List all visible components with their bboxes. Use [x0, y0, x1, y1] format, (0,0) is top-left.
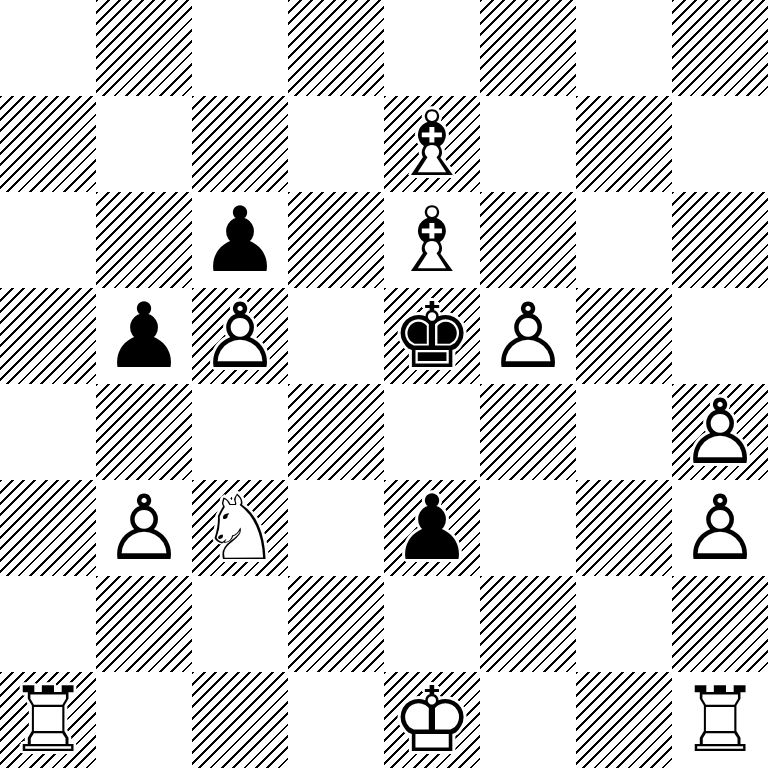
square-e5[interactable]: ♚♚ — [384, 288, 480, 384]
black-king-icon: ♚ — [384, 288, 480, 384]
black-pawn-icon: ♟ — [384, 480, 480, 576]
white-bishop-icon: ♗ — [384, 192, 480, 288]
white-pawn-h4: ♟♙ — [672, 384, 768, 480]
square-h4[interactable]: ♟♙ — [672, 384, 768, 480]
square-a1[interactable]: ♜♖ — [0, 672, 96, 768]
square-f1[interactable] — [480, 672, 576, 768]
white-rook-h1: ♜♖ — [672, 672, 768, 768]
square-b2[interactable] — [96, 576, 192, 672]
square-e8[interactable] — [384, 0, 480, 96]
white-pawn-icon: ♙ — [192, 288, 288, 384]
chess-board: ♝♗♟♟♝♗♟♟♟♙♚♚♟♙♟♙♟♙♞♘♟♟♟♙♜♖♚♔♜♖ — [0, 0, 768, 768]
square-a6[interactable] — [0, 192, 96, 288]
square-e2[interactable] — [384, 576, 480, 672]
white-rook-a1: ♜♖ — [0, 672, 96, 768]
square-h8[interactable] — [672, 0, 768, 96]
black-pawn-b5: ♟♟ — [96, 288, 192, 384]
white-rook-icon: ♖ — [0, 672, 96, 768]
white-pawn-icon: ♙ — [672, 480, 768, 576]
square-d2[interactable] — [288, 576, 384, 672]
square-g5[interactable] — [576, 288, 672, 384]
square-f5[interactable]: ♟♙ — [480, 288, 576, 384]
square-b8[interactable] — [96, 0, 192, 96]
square-b3[interactable]: ♟♙ — [96, 480, 192, 576]
square-g7[interactable] — [576, 96, 672, 192]
square-h3[interactable]: ♟♙ — [672, 480, 768, 576]
white-rook-icon: ♖ — [672, 672, 768, 768]
square-e4[interactable] — [384, 384, 480, 480]
square-b5[interactable]: ♟♟ — [96, 288, 192, 384]
square-b4[interactable] — [96, 384, 192, 480]
square-d4[interactable] — [288, 384, 384, 480]
black-pawn-icon: ♟ — [192, 192, 288, 288]
white-pawn-icon: ♙ — [480, 288, 576, 384]
square-d1[interactable] — [288, 672, 384, 768]
white-king-e1: ♚♔ — [384, 672, 480, 768]
white-pawn-icon: ♙ — [96, 480, 192, 576]
square-d8[interactable] — [288, 0, 384, 96]
square-h6[interactable] — [672, 192, 768, 288]
square-d3[interactable] — [288, 480, 384, 576]
black-pawn-c6: ♟♟ — [192, 192, 288, 288]
square-a3[interactable] — [0, 480, 96, 576]
square-g4[interactable] — [576, 384, 672, 480]
white-bishop-e7: ♝♗ — [384, 96, 480, 192]
black-pawn-icon: ♟ — [96, 288, 192, 384]
white-king-icon: ♔ — [384, 672, 480, 768]
square-e6[interactable]: ♝♗ — [384, 192, 480, 288]
square-a4[interactable] — [0, 384, 96, 480]
square-h7[interactable] — [672, 96, 768, 192]
square-c3[interactable]: ♞♘ — [192, 480, 288, 576]
square-c6[interactable]: ♟♟ — [192, 192, 288, 288]
square-h5[interactable] — [672, 288, 768, 384]
square-f7[interactable] — [480, 96, 576, 192]
white-pawn-b3: ♟♙ — [96, 480, 192, 576]
square-f4[interactable] — [480, 384, 576, 480]
square-b6[interactable] — [96, 192, 192, 288]
white-pawn-h3: ♟♙ — [672, 480, 768, 576]
square-c2[interactable] — [192, 576, 288, 672]
square-c8[interactable] — [192, 0, 288, 96]
square-d6[interactable] — [288, 192, 384, 288]
black-king-e5: ♚♚ — [384, 288, 480, 384]
white-knight-icon: ♘ — [192, 480, 288, 576]
white-pawn-f5: ♟♙ — [480, 288, 576, 384]
square-e3[interactable]: ♟♟ — [384, 480, 480, 576]
square-g6[interactable] — [576, 192, 672, 288]
square-e1[interactable]: ♚♔ — [384, 672, 480, 768]
black-pawn-e3: ♟♟ — [384, 480, 480, 576]
square-f3[interactable] — [480, 480, 576, 576]
square-h1[interactable]: ♜♖ — [672, 672, 768, 768]
square-c7[interactable] — [192, 96, 288, 192]
square-b1[interactable] — [96, 672, 192, 768]
square-a8[interactable] — [0, 0, 96, 96]
square-f8[interactable] — [480, 0, 576, 96]
square-c5[interactable]: ♟♙ — [192, 288, 288, 384]
square-a2[interactable] — [0, 576, 96, 672]
white-knight-c3: ♞♘ — [192, 480, 288, 576]
white-bishop-e6: ♝♗ — [384, 192, 480, 288]
white-bishop-icon: ♗ — [384, 96, 480, 192]
square-g1[interactable] — [576, 672, 672, 768]
white-pawn-icon: ♙ — [672, 384, 768, 480]
square-g2[interactable] — [576, 576, 672, 672]
square-f6[interactable] — [480, 192, 576, 288]
square-b7[interactable] — [96, 96, 192, 192]
square-d7[interactable] — [288, 96, 384, 192]
square-f2[interactable] — [480, 576, 576, 672]
white-pawn-c5: ♟♙ — [192, 288, 288, 384]
square-g3[interactable] — [576, 480, 672, 576]
square-e7[interactable]: ♝♗ — [384, 96, 480, 192]
square-d5[interactable] — [288, 288, 384, 384]
square-c4[interactable] — [192, 384, 288, 480]
square-c1[interactable] — [192, 672, 288, 768]
square-h2[interactable] — [672, 576, 768, 672]
square-g8[interactable] — [576, 0, 672, 96]
square-a5[interactable] — [0, 288, 96, 384]
square-a7[interactable] — [0, 96, 96, 192]
